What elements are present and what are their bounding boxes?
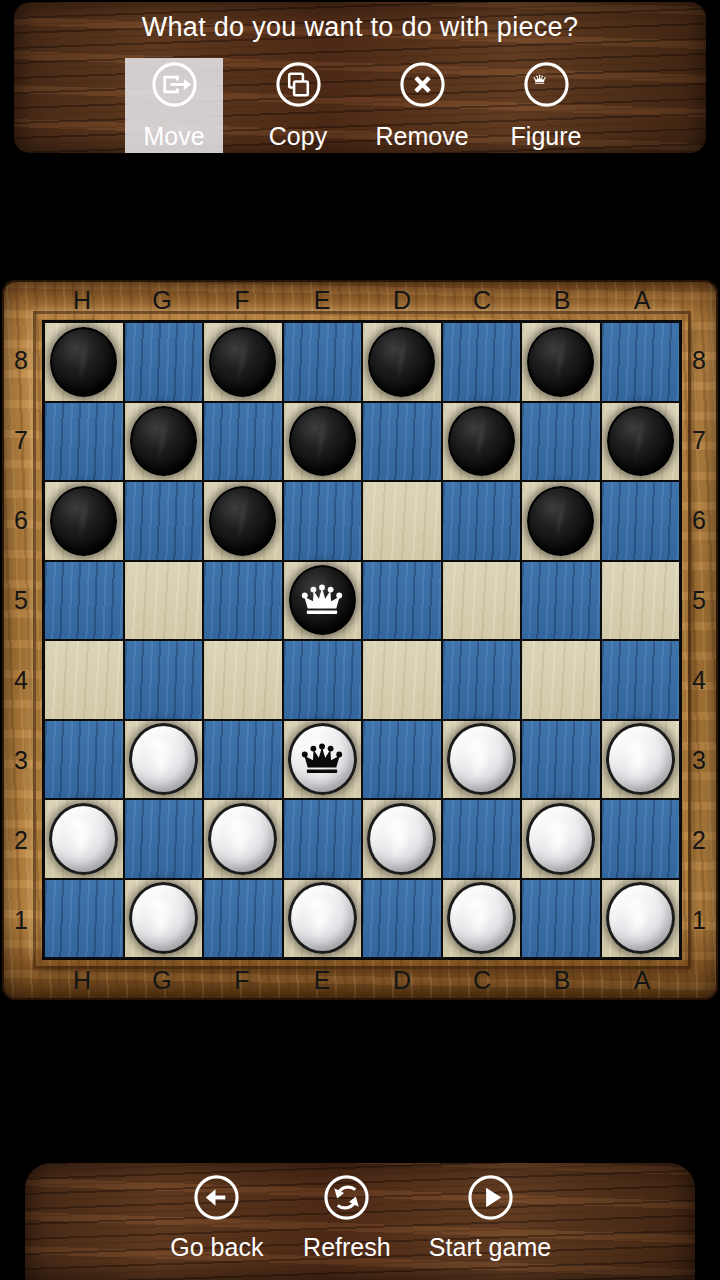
square-H4[interactable] xyxy=(44,640,124,720)
piece-white-man-F2[interactable] xyxy=(208,803,277,875)
square-F6[interactable] xyxy=(203,481,283,561)
square-H5[interactable] xyxy=(44,561,124,641)
square-E4[interactable] xyxy=(283,640,363,720)
square-E5[interactable] xyxy=(283,561,363,641)
piece-black-man-F6[interactable] xyxy=(209,486,276,556)
remove-icon xyxy=(399,61,446,108)
square-E2[interactable] xyxy=(283,799,363,879)
piece-black-man-A7[interactable] xyxy=(607,406,674,476)
square-E3[interactable] xyxy=(283,720,363,800)
piece-black-man-C7[interactable] xyxy=(448,406,515,476)
figure-button-label: Figure xyxy=(511,120,582,153)
square-D6[interactable] xyxy=(362,481,442,561)
rank-label-8: 8 xyxy=(14,346,28,375)
file-label-A: A xyxy=(634,966,651,995)
checkers-board-frame: HGFEDCBA HGFEDCBA 87654321 87654321 xyxy=(2,280,718,1000)
move-button-label: Move xyxy=(143,120,204,153)
square-G5[interactable] xyxy=(124,561,204,641)
square-B1[interactable] xyxy=(521,879,601,959)
piece-action-dialog: What do you want to do with piece? Move xyxy=(14,2,706,153)
file-labels-bottom: HGFEDCBA xyxy=(42,960,682,1000)
file-label-A: A xyxy=(634,286,651,315)
remove-button-label: Remove xyxy=(375,120,468,153)
file-label-E: E xyxy=(314,966,331,995)
file-labels-top: HGFEDCBA xyxy=(42,280,682,320)
dialog-title: What do you want to do with piece? xyxy=(14,12,706,43)
square-A7[interactable] xyxy=(601,402,681,482)
rank-label-7: 7 xyxy=(14,426,28,455)
file-label-D: D xyxy=(393,286,411,315)
square-A8[interactable] xyxy=(601,322,681,402)
file-label-D: D xyxy=(393,966,411,995)
square-F4[interactable] xyxy=(203,640,283,720)
file-label-E: E xyxy=(314,286,331,315)
bottom-toolbar: Go back Refresh Start gam xyxy=(25,1163,695,1280)
rank-label-1: 1 xyxy=(692,906,706,935)
copy-button-label: Copy xyxy=(269,120,327,153)
square-D3[interactable] xyxy=(362,720,442,800)
rank-label-6: 6 xyxy=(14,506,28,535)
square-H6[interactable] xyxy=(44,481,124,561)
piece-white-man-C1[interactable] xyxy=(447,882,516,954)
square-E8[interactable] xyxy=(283,322,363,402)
go-back-button[interactable]: Go back xyxy=(169,1174,265,1280)
square-B8[interactable] xyxy=(521,322,601,402)
square-F8[interactable] xyxy=(203,322,283,402)
rank-label-5: 5 xyxy=(692,586,706,615)
file-label-F: F xyxy=(234,966,249,995)
crown-icon xyxy=(523,61,570,108)
square-B3[interactable] xyxy=(521,720,601,800)
remove-button[interactable]: Remove xyxy=(373,58,471,153)
rank-labels-left: 87654321 xyxy=(2,320,40,960)
piece-white-man-G1[interactable] xyxy=(129,882,198,954)
play-icon xyxy=(467,1174,514,1221)
rank-label-7: 7 xyxy=(692,426,706,455)
piece-black-man-D8[interactable] xyxy=(368,327,435,397)
piece-white-man-E1[interactable] xyxy=(288,882,357,954)
king-crown-icon xyxy=(301,743,343,776)
file-label-C: C xyxy=(473,966,491,995)
rank-label-2: 2 xyxy=(14,826,28,855)
file-label-F: F xyxy=(234,286,249,315)
square-H3[interactable] xyxy=(44,720,124,800)
piece-black-man-B6[interactable] xyxy=(527,486,594,556)
square-G1[interactable] xyxy=(124,879,204,959)
rank-label-6: 6 xyxy=(692,506,706,535)
rank-label-3: 3 xyxy=(692,746,706,775)
square-G7[interactable] xyxy=(124,402,204,482)
rank-labels-right: 87654321 xyxy=(680,320,718,960)
copy-button[interactable]: Copy xyxy=(249,58,347,153)
square-A5[interactable] xyxy=(601,561,681,641)
piece-black-man-G7[interactable] xyxy=(130,406,197,476)
square-A2[interactable] xyxy=(601,799,681,879)
file-label-G: G xyxy=(152,966,171,995)
square-C7[interactable] xyxy=(442,402,522,482)
square-D8[interactable] xyxy=(362,322,442,402)
square-C5[interactable] xyxy=(442,561,522,641)
file-label-B: B xyxy=(554,966,571,995)
move-button[interactable]: Move xyxy=(125,58,223,153)
square-C6[interactable] xyxy=(442,481,522,561)
square-E1[interactable] xyxy=(283,879,363,959)
figure-button[interactable]: Figure xyxy=(497,58,595,153)
square-D4[interactable] xyxy=(362,640,442,720)
rank-label-4: 4 xyxy=(692,666,706,695)
start-game-button[interactable]: Start game xyxy=(429,1174,551,1280)
square-C1[interactable] xyxy=(442,879,522,959)
square-G2[interactable] xyxy=(124,799,204,879)
refresh-button[interactable]: Refresh xyxy=(299,1174,395,1280)
square-G8[interactable] xyxy=(124,322,204,402)
square-D5[interactable] xyxy=(362,561,442,641)
square-B2[interactable] xyxy=(521,799,601,879)
square-C4[interactable] xyxy=(442,640,522,720)
square-A6[interactable] xyxy=(601,481,681,561)
square-H2[interactable] xyxy=(44,799,124,879)
square-H8[interactable] xyxy=(44,322,124,402)
rank-label-1: 1 xyxy=(14,906,28,935)
square-F5[interactable] xyxy=(203,561,283,641)
square-H1[interactable] xyxy=(44,879,124,959)
rank-label-2: 2 xyxy=(692,826,706,855)
square-F3[interactable] xyxy=(203,720,283,800)
piece-white-man-A1[interactable] xyxy=(606,882,675,954)
square-F7[interactable] xyxy=(203,402,283,482)
piece-white-man-A3[interactable] xyxy=(606,723,675,795)
refresh-icon xyxy=(323,1174,370,1221)
piece-white-man-C3[interactable] xyxy=(447,723,516,795)
square-C3[interactable] xyxy=(442,720,522,800)
piece-white-man-B2[interactable] xyxy=(526,803,595,875)
square-G4[interactable] xyxy=(124,640,204,720)
square-B7[interactable] xyxy=(521,402,601,482)
piece-black-king-E5[interactable] xyxy=(289,565,356,635)
checkers-app-screen: What do you want to do with piece? Move xyxy=(0,0,720,1280)
refresh-label: Refresh xyxy=(303,1233,391,1262)
square-C8[interactable] xyxy=(442,322,522,402)
king-crown-icon xyxy=(301,584,343,617)
square-B4[interactable] xyxy=(521,640,601,720)
square-D7[interactable] xyxy=(362,402,442,482)
square-C2[interactable] xyxy=(442,799,522,879)
rank-label-3: 3 xyxy=(14,746,28,775)
piece-white-man-D2[interactable] xyxy=(367,803,436,875)
go-back-label: Go back xyxy=(170,1233,263,1262)
square-A4[interactable] xyxy=(601,640,681,720)
move-icon xyxy=(151,61,198,108)
piece-black-man-H6[interactable] xyxy=(50,486,117,556)
square-G3[interactable] xyxy=(124,720,204,800)
square-H7[interactable] xyxy=(44,402,124,482)
dialog-buttons: Move Copy xyxy=(14,58,706,153)
square-B5[interactable] xyxy=(521,561,601,641)
piece-black-man-B8[interactable] xyxy=(527,327,594,397)
square-A1[interactable] xyxy=(601,879,681,959)
rank-label-5: 5 xyxy=(14,586,28,615)
rank-label-4: 4 xyxy=(14,666,28,695)
piece-black-man-E7[interactable] xyxy=(289,406,356,476)
square-B6[interactable] xyxy=(521,481,601,561)
square-A3[interactable] xyxy=(601,720,681,800)
rank-label-8: 8 xyxy=(692,346,706,375)
square-E7[interactable] xyxy=(283,402,363,482)
file-label-B: B xyxy=(554,286,571,315)
piece-black-man-F8[interactable] xyxy=(209,327,276,397)
square-E6[interactable] xyxy=(283,481,363,561)
square-G6[interactable] xyxy=(124,481,204,561)
start-game-label: Start game xyxy=(429,1233,551,1262)
board-area: HGFEDCBA HGFEDCBA 87654321 87654321 xyxy=(0,280,720,1000)
piece-white-king-E3[interactable] xyxy=(288,723,357,795)
square-D2[interactable] xyxy=(362,799,442,879)
file-label-H: H xyxy=(73,286,91,315)
square-F1[interactable] xyxy=(203,879,283,959)
square-F2[interactable] xyxy=(203,799,283,879)
back-arrow-icon xyxy=(193,1174,240,1221)
copy-icon xyxy=(275,61,322,108)
file-label-C: C xyxy=(473,286,491,315)
piece-white-man-G3[interactable] xyxy=(129,723,198,795)
piece-white-man-H2[interactable] xyxy=(49,803,118,875)
checkers-board xyxy=(42,320,682,960)
file-label-G: G xyxy=(152,286,171,315)
square-D1[interactable] xyxy=(362,879,442,959)
file-label-H: H xyxy=(73,966,91,995)
piece-black-man-H8[interactable] xyxy=(50,327,117,397)
